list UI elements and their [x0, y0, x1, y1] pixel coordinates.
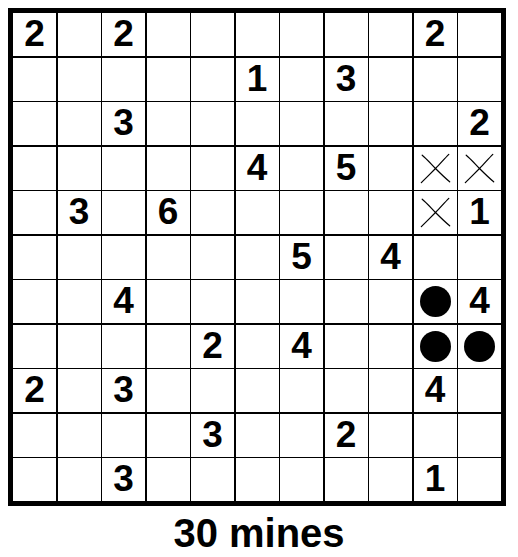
- cross-mark-icon: [460, 149, 499, 188]
- cell-r10c10[interactable]: [414, 414, 457, 457]
- clue-number: 5: [291, 238, 312, 275]
- clue-number: 2: [425, 15, 446, 52]
- cell-r8c11[interactable]: [458, 325, 501, 368]
- cell-r2c10[interactable]: [414, 58, 457, 101]
- cell-r8c3[interactable]: [102, 325, 145, 368]
- cell-r1c7[interactable]: [280, 13, 323, 56]
- mine-icon: [420, 331, 451, 362]
- cell-r3c1[interactable]: [13, 102, 56, 145]
- cell-r8c7: 4: [280, 325, 323, 368]
- cell-r7c1[interactable]: [13, 280, 56, 323]
- cell-r4c8: 5: [325, 147, 368, 190]
- cell-r1c3: 2: [102, 13, 145, 56]
- cell-r11c5[interactable]: [191, 458, 234, 501]
- cell-r10c1[interactable]: [13, 414, 56, 457]
- cell-r7c8[interactable]: [325, 280, 368, 323]
- cell-r5c5[interactable]: [191, 191, 234, 234]
- cell-r1c6[interactable]: [236, 13, 279, 56]
- cell-r3c5[interactable]: [191, 102, 234, 145]
- cell-r5c11: 1: [458, 191, 501, 234]
- cell-r9c3: 3: [102, 369, 145, 412]
- cell-r10c6[interactable]: [236, 414, 279, 457]
- cell-r8c2[interactable]: [58, 325, 101, 368]
- cell-r10c2[interactable]: [58, 414, 101, 457]
- cell-r5c1[interactable]: [13, 191, 56, 234]
- cell-r9c5[interactable]: [191, 369, 234, 412]
- cell-r8c9[interactable]: [369, 325, 412, 368]
- cell-r11c6[interactable]: [236, 458, 279, 501]
- clue-number: 2: [24, 15, 45, 52]
- clue-number: 3: [202, 416, 223, 453]
- cell-r7c11: 4: [458, 280, 501, 323]
- clue-number: 1: [247, 60, 268, 97]
- cell-r10c4[interactable]: [147, 414, 190, 457]
- cell-r6c1[interactable]: [13, 236, 56, 279]
- clue-number: 4: [469, 282, 490, 319]
- cell-r9c8[interactable]: [325, 369, 368, 412]
- cell-r11c11[interactable]: [458, 458, 501, 501]
- cell-r3c7[interactable]: [280, 102, 323, 145]
- cell-r5c2: 3: [58, 191, 101, 234]
- cell-r8c1[interactable]: [13, 325, 56, 368]
- cell-r7c10[interactable]: [414, 280, 457, 323]
- cell-r11c9[interactable]: [369, 458, 412, 501]
- cell-r9c1: 2: [13, 369, 56, 412]
- cell-r2c11[interactable]: [458, 58, 501, 101]
- cell-r2c8: 3: [325, 58, 368, 101]
- cell-r11c2[interactable]: [58, 458, 101, 501]
- cell-r9c6[interactable]: [236, 369, 279, 412]
- cell-r1c8[interactable]: [325, 13, 368, 56]
- cell-r7c9[interactable]: [369, 280, 412, 323]
- clue-number: 6: [158, 193, 179, 230]
- cell-r7c6[interactable]: [236, 280, 279, 323]
- clue-number: 1: [469, 193, 490, 230]
- cell-r1c10: 2: [414, 13, 457, 56]
- cell-r9c11[interactable]: [458, 369, 501, 412]
- cell-r5c10[interactable]: [414, 191, 457, 234]
- mine-icon: [464, 331, 495, 362]
- cell-r6c4[interactable]: [147, 236, 190, 279]
- cell-r7c2[interactable]: [58, 280, 101, 323]
- cell-r9c2[interactable]: [58, 369, 101, 412]
- cell-r3c3: 3: [102, 102, 145, 145]
- clue-number: 4: [380, 238, 401, 275]
- cell-r11c10: 1: [414, 458, 457, 501]
- cell-r2c5[interactable]: [191, 58, 234, 101]
- cell-r4c4[interactable]: [147, 147, 190, 190]
- clue-number: 2: [202, 327, 223, 364]
- cross-mark-icon: [416, 193, 455, 232]
- cell-r4c11[interactable]: [458, 147, 501, 190]
- cell-r10c11[interactable]: [458, 414, 501, 457]
- cell-r4c7[interactable]: [280, 147, 323, 190]
- cell-r5c7[interactable]: [280, 191, 323, 234]
- cell-r8c8[interactable]: [325, 325, 368, 368]
- cell-r9c9[interactable]: [369, 369, 412, 412]
- cell-r11c7[interactable]: [280, 458, 323, 501]
- cell-r11c1[interactable]: [13, 458, 56, 501]
- cell-r3c8[interactable]: [325, 102, 368, 145]
- cell-r1c5[interactable]: [191, 13, 234, 56]
- cell-r2c6: 1: [236, 58, 279, 101]
- clue-number: 2: [336, 416, 357, 453]
- cell-r4c6: 4: [236, 147, 279, 190]
- cell-r5c3[interactable]: [102, 191, 145, 234]
- cell-r8c5: 2: [191, 325, 234, 368]
- cell-r4c10[interactable]: [414, 147, 457, 190]
- cell-r4c3[interactable]: [102, 147, 145, 190]
- cell-r1c2[interactable]: [58, 13, 101, 56]
- cell-r11c4[interactable]: [147, 458, 190, 501]
- cell-r6c2[interactable]: [58, 236, 101, 279]
- cell-r8c6[interactable]: [236, 325, 279, 368]
- cell-r6c3[interactable]: [102, 236, 145, 279]
- cell-r5c6[interactable]: [236, 191, 279, 234]
- cell-r2c3[interactable]: [102, 58, 145, 101]
- cell-r8c4[interactable]: [147, 325, 190, 368]
- cell-r3c4[interactable]: [147, 102, 190, 145]
- cell-r1c4[interactable]: [147, 13, 190, 56]
- cell-r3c2[interactable]: [58, 102, 101, 145]
- clue-number: 3: [113, 104, 134, 141]
- cell-r3c9[interactable]: [369, 102, 412, 145]
- cell-r3c11: 2: [458, 102, 501, 145]
- cell-r6c5[interactable]: [191, 236, 234, 279]
- cell-r5c9[interactable]: [369, 191, 412, 234]
- cell-r4c9[interactable]: [369, 147, 412, 190]
- cell-r7c7[interactable]: [280, 280, 323, 323]
- cell-r10c3[interactable]: [102, 414, 145, 457]
- cell-r2c1[interactable]: [13, 58, 56, 101]
- cell-r2c9[interactable]: [369, 58, 412, 101]
- cell-r5c4: 6: [147, 191, 190, 234]
- cell-r1c9[interactable]: [369, 13, 412, 56]
- cell-r11c3: 3: [102, 458, 145, 501]
- cell-r7c5[interactable]: [191, 280, 234, 323]
- cell-r4c5[interactable]: [191, 147, 234, 190]
- clue-number: 5: [336, 149, 357, 186]
- cell-r3c10[interactable]: [414, 102, 457, 145]
- cell-r2c4[interactable]: [147, 58, 190, 101]
- cell-r10c8: 2: [325, 414, 368, 457]
- cell-r6c11[interactable]: [458, 236, 501, 279]
- cell-r3c6[interactable]: [236, 102, 279, 145]
- cell-r1c11[interactable]: [458, 13, 501, 56]
- cell-r8c10[interactable]: [414, 325, 457, 368]
- cell-r10c5: 3: [191, 414, 234, 457]
- cell-r6c7: 5: [280, 236, 323, 279]
- clue-number: 2: [24, 371, 45, 408]
- cell-r9c10: 4: [414, 369, 457, 412]
- clue-number: 4: [291, 327, 312, 364]
- clue-number: 2: [469, 104, 490, 141]
- cell-r4c1[interactable]: [13, 147, 56, 190]
- cell-r10c9[interactable]: [369, 414, 412, 457]
- cell-r6c8[interactable]: [325, 236, 368, 279]
- clue-number: 3: [113, 371, 134, 408]
- clue-number: 4: [425, 371, 446, 408]
- cell-r1c1: 2: [13, 13, 56, 56]
- cell-r6c9: 4: [369, 236, 412, 279]
- clue-number: 1: [425, 460, 446, 497]
- clue-number: 4: [113, 282, 134, 319]
- cell-r2c2[interactable]: [58, 58, 101, 101]
- cell-r7c3: 4: [102, 280, 145, 323]
- cell-r10c7[interactable]: [280, 414, 323, 457]
- clue-number: 4: [247, 149, 268, 186]
- cell-r9c4[interactable]: [147, 369, 190, 412]
- puzzle-grid: 2221332453615444242343231: [8, 8, 506, 506]
- cross-mark-icon: [416, 149, 455, 188]
- cell-r4c2[interactable]: [58, 147, 101, 190]
- clue-number: 3: [113, 460, 134, 497]
- mine-icon: [420, 286, 451, 317]
- clue-number: 3: [336, 60, 357, 97]
- mine-count-caption: 30 mines: [0, 511, 518, 555]
- cell-r6c10[interactable]: [414, 236, 457, 279]
- cell-r7c4[interactable]: [147, 280, 190, 323]
- clue-number: 3: [69, 193, 90, 230]
- clue-number: 2: [113, 15, 134, 52]
- cell-r9c7[interactable]: [280, 369, 323, 412]
- cell-r5c8[interactable]: [325, 191, 368, 234]
- cell-r2c7[interactable]: [280, 58, 323, 101]
- cell-r11c8[interactable]: [325, 458, 368, 501]
- cell-r6c6[interactable]: [236, 236, 279, 279]
